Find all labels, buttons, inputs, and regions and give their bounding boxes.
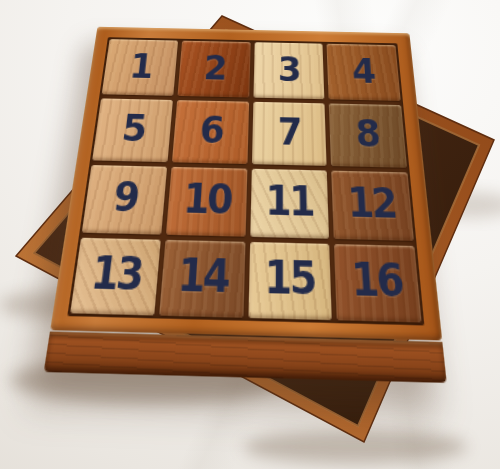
tile-number: 13 (88, 252, 144, 298)
tile-8[interactable]: 8 (329, 104, 407, 167)
tile-number: 1 (128, 50, 153, 83)
tile-number: 12 (347, 183, 398, 224)
product-photo-scene: 12345678910111213141516 (0, 0, 500, 469)
tile-13[interactable]: 13 (70, 237, 160, 315)
tile-6[interactable]: 6 (172, 100, 249, 163)
tile-7[interactable]: 7 (251, 102, 326, 165)
tile-10[interactable]: 10 (166, 166, 247, 236)
tile-number: 10 (182, 179, 232, 220)
tile-number: 16 (350, 258, 404, 304)
tile-number: 5 (120, 110, 147, 146)
tile-4[interactable]: 4 (327, 44, 401, 101)
tile-number: 8 (355, 116, 380, 153)
tile-3[interactable]: 3 (253, 42, 325, 99)
tile-2[interactable]: 2 (177, 41, 250, 98)
tile-1[interactable]: 1 (102, 39, 178, 96)
tile-14[interactable]: 14 (159, 240, 245, 318)
tile-number: 3 (278, 53, 300, 86)
tile-9[interactable]: 9 (82, 164, 167, 234)
tile-number: 2 (203, 51, 226, 84)
tile-5[interactable]: 5 (92, 99, 172, 162)
tile-number: 11 (265, 181, 314, 222)
tile-number: 9 (111, 177, 139, 217)
tile-15[interactable]: 15 (248, 242, 332, 321)
tray-frame: 12345678910111213141516 (50, 27, 442, 341)
tile-16[interactable]: 16 (334, 244, 421, 323)
tile-12[interactable]: 12 (331, 170, 413, 240)
puzzle-tray: 12345678910111213141516 (44, 27, 447, 383)
tile-number: 7 (277, 114, 300, 151)
tile-number: 15 (264, 256, 316, 302)
tile-grid: 12345678910111213141516 (67, 37, 424, 325)
tile-number: 4 (351, 54, 375, 87)
tile-number: 14 (176, 254, 229, 300)
tile-11[interactable]: 11 (250, 168, 330, 238)
tile-number: 6 (199, 112, 224, 148)
